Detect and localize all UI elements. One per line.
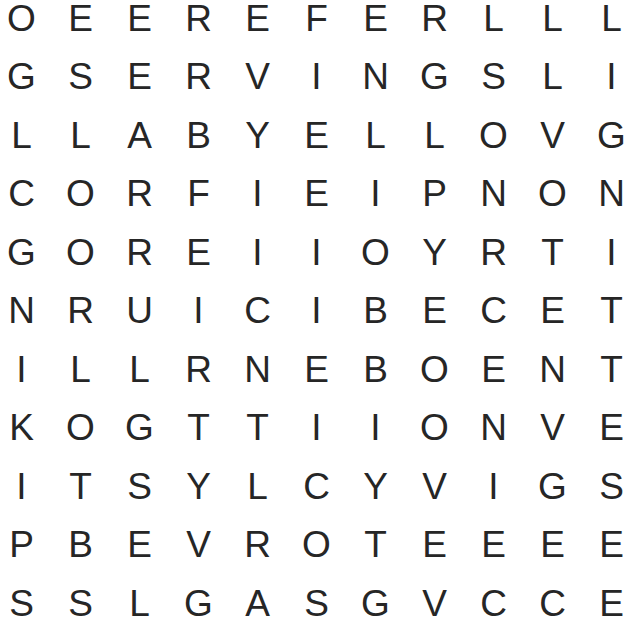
letter-cell-r5c11[interactable]: I <box>582 223 626 282</box>
letter-cell-r5c5[interactable]: I <box>228 223 287 282</box>
letter-cell-r10c3[interactable]: E <box>110 516 169 575</box>
letter-cell-r7c10[interactable]: N <box>523 340 582 399</box>
letter-cell-r1c5[interactable]: E <box>228 0 287 48</box>
letter-cell-r6c9[interactable]: C <box>464 282 523 341</box>
letter-cell-r7c7[interactable]: B <box>346 340 405 399</box>
letter-cell-r8c2[interactable]: O <box>51 399 110 458</box>
letter-cell-r4c3[interactable]: R <box>110 165 169 224</box>
letter-cell-r2c4[interactable]: R <box>169 48 228 107</box>
letter-cell-r7c11[interactable]: T <box>582 340 626 399</box>
letter-cell-r3c3[interactable]: A <box>110 106 169 165</box>
letter-cell-r2c9[interactable]: S <box>464 48 523 107</box>
letter-cell-r3c8[interactable]: L <box>405 106 464 165</box>
letter-cell-r3c2[interactable]: L <box>51 106 110 165</box>
letter-cell-r5c4[interactable]: E <box>169 223 228 282</box>
letter-cell-r6c7[interactable]: B <box>346 282 405 341</box>
letter-cell-r2c6[interactable]: I <box>287 48 346 107</box>
letter-cell-r10c1[interactable]: P <box>0 516 51 575</box>
letter-cell-r8c1[interactable]: K <box>0 399 51 458</box>
letter-cell-r10c5[interactable]: R <box>228 516 287 575</box>
letter-cell-r2c11[interactable]: I <box>582 48 626 107</box>
word-search-page: OEEREFERLLLGSERVINGSLILLABYELLOVGCORFIEI… <box>0 0 626 625</box>
letter-cell-r1c8[interactable]: R <box>405 0 464 48</box>
letter-cell-r9c9[interactable]: I <box>464 457 523 516</box>
letter-cell-r8c6[interactable]: I <box>287 399 346 458</box>
letter-cell-r9c11[interactable]: S <box>582 457 626 516</box>
letter-cell-r9c8[interactable]: V <box>405 457 464 516</box>
letter-cell-r7c1[interactable]: I <box>0 340 51 399</box>
letter-cell-r11c9[interactable]: C <box>464 574 523 625</box>
word-search-grid: OEEREFERLLLGSERVINGSLILLABYELLOVGCORFIEI… <box>0 0 626 625</box>
letter-cell-r8c9[interactable]: N <box>464 399 523 458</box>
letter-cell-r7c3[interactable]: L <box>110 340 169 399</box>
letter-cell-r3c11[interactable]: G <box>582 106 626 165</box>
letter-cell-r4c5[interactable]: I <box>228 165 287 224</box>
letter-cell-r9c3[interactable]: S <box>110 457 169 516</box>
letter-cell-r6c6[interactable]: I <box>287 282 346 341</box>
letter-cell-r4c10[interactable]: O <box>523 165 582 224</box>
letter-cell-r4c11[interactable]: N <box>582 165 626 224</box>
letter-cell-r11c7[interactable]: G <box>346 574 405 625</box>
letter-cell-r2c5[interactable]: V <box>228 48 287 107</box>
letter-cell-r4c6[interactable]: E <box>287 165 346 224</box>
letter-cell-r11c8[interactable]: V <box>405 574 464 625</box>
letter-cell-r7c9[interactable]: E <box>464 340 523 399</box>
letter-cell-r6c4[interactable]: I <box>169 282 228 341</box>
letter-cell-r8c10[interactable]: V <box>523 399 582 458</box>
letter-cell-r7c4[interactable]: R <box>169 340 228 399</box>
letter-cell-r10c7[interactable]: T <box>346 516 405 575</box>
letter-cell-r3c1[interactable]: L <box>0 106 51 165</box>
letter-cell-r4c2[interactable]: O <box>51 165 110 224</box>
letter-cell-r1c7[interactable]: E <box>346 0 405 48</box>
letter-cell-r10c11[interactable]: E <box>582 516 626 575</box>
letter-cell-r11c2[interactable]: S <box>51 574 110 625</box>
letter-cell-r10c10[interactable]: E <box>523 516 582 575</box>
letter-cell-r8c4[interactable]: T <box>169 399 228 458</box>
letter-cell-r8c7[interactable]: I <box>346 399 405 458</box>
letter-cell-r3c9[interactable]: O <box>464 106 523 165</box>
letter-cell-r2c2[interactable]: S <box>51 48 110 107</box>
letter-cell-r6c2[interactable]: R <box>51 282 110 341</box>
letter-cell-r1c2[interactable]: E <box>51 0 110 48</box>
letter-cell-r5c6[interactable]: I <box>287 223 346 282</box>
letter-cell-r3c7[interactable]: L <box>346 106 405 165</box>
letter-cell-r4c8[interactable]: P <box>405 165 464 224</box>
letter-cell-r5c8[interactable]: Y <box>405 223 464 282</box>
letter-cell-r1c4[interactable]: R <box>169 0 228 48</box>
letter-cell-r6c10[interactable]: E <box>523 282 582 341</box>
letter-cell-r6c11[interactable]: T <box>582 282 626 341</box>
letter-cell-r10c2[interactable]: B <box>51 516 110 575</box>
letter-cell-r7c8[interactable]: O <box>405 340 464 399</box>
letter-cell-r1c11[interactable]: L <box>582 0 626 48</box>
letter-cell-r6c8[interactable]: E <box>405 282 464 341</box>
letter-cell-r3c6[interactable]: E <box>287 106 346 165</box>
letter-cell-r6c5[interactable]: C <box>228 282 287 341</box>
letter-cell-r10c6[interactable]: O <box>287 516 346 575</box>
letter-cell-r7c5[interactable]: N <box>228 340 287 399</box>
letter-cell-r1c6[interactable]: F <box>287 0 346 48</box>
letter-cell-r11c11[interactable]: E <box>582 574 626 625</box>
letter-cell-r1c1[interactable]: O <box>0 0 51 48</box>
letter-cell-r3c10[interactable]: V <box>523 106 582 165</box>
letter-cell-r1c3[interactable]: E <box>110 0 169 48</box>
letter-cell-r5c1[interactable]: G <box>0 223 51 282</box>
letter-cell-r10c9[interactable]: E <box>464 516 523 575</box>
letter-cell-r5c9[interactable]: R <box>464 223 523 282</box>
letter-cell-r9c5[interactable]: L <box>228 457 287 516</box>
letter-cell-r9c1[interactable]: I <box>0 457 51 516</box>
letter-cell-r7c6[interactable]: E <box>287 340 346 399</box>
letter-cell-r2c7[interactable]: N <box>346 48 405 107</box>
letter-cell-r1c10[interactable]: L <box>523 0 582 48</box>
letter-cell-r2c1[interactable]: G <box>0 48 51 107</box>
letter-cell-r3c4[interactable]: B <box>169 106 228 165</box>
letter-cell-r11c10[interactable]: C <box>523 574 582 625</box>
letter-cell-r4c4[interactable]: F <box>169 165 228 224</box>
letter-cell-r8c11[interactable]: E <box>582 399 626 458</box>
letter-cell-r10c4[interactable]: V <box>169 516 228 575</box>
letter-cell-r1c9[interactable]: L <box>464 0 523 48</box>
letter-cell-r2c8[interactable]: G <box>405 48 464 107</box>
letter-cell-r6c3[interactable]: U <box>110 282 169 341</box>
letter-cell-r5c10[interactable]: T <box>523 223 582 282</box>
letter-cell-r2c3[interactable]: E <box>110 48 169 107</box>
letter-cell-r7c2[interactable]: L <box>51 340 110 399</box>
letter-cell-r8c3[interactable]: G <box>110 399 169 458</box>
letter-cell-r9c6[interactable]: C <box>287 457 346 516</box>
letter-cell-r3c5[interactable]: Y <box>228 106 287 165</box>
letter-cell-r5c2[interactable]: O <box>51 223 110 282</box>
letter-cell-r9c2[interactable]: T <box>51 457 110 516</box>
letter-cell-r9c10[interactable]: G <box>523 457 582 516</box>
letter-cell-r8c5[interactable]: T <box>228 399 287 458</box>
letter-cell-r9c7[interactable]: Y <box>346 457 405 516</box>
letter-cell-r9c4[interactable]: Y <box>169 457 228 516</box>
letter-cell-r2c10[interactable]: L <box>523 48 582 107</box>
letter-cell-r4c7[interactable]: I <box>346 165 405 224</box>
letter-cell-r4c1[interactable]: C <box>0 165 51 224</box>
letter-cell-r11c5[interactable]: A <box>228 574 287 625</box>
letter-cell-r8c8[interactable]: O <box>405 399 464 458</box>
letter-cell-r5c7[interactable]: O <box>346 223 405 282</box>
letter-cell-r5c3[interactable]: R <box>110 223 169 282</box>
letter-cell-r4c9[interactable]: N <box>464 165 523 224</box>
letter-cell-r11c4[interactable]: G <box>169 574 228 625</box>
letter-cell-r6c1[interactable]: N <box>0 282 51 341</box>
letter-cell-r10c8[interactable]: E <box>405 516 464 575</box>
letter-cell-r11c3[interactable]: L <box>110 574 169 625</box>
letter-cell-r11c6[interactable]: S <box>287 574 346 625</box>
letter-cell-r11c1[interactable]: S <box>0 574 51 625</box>
